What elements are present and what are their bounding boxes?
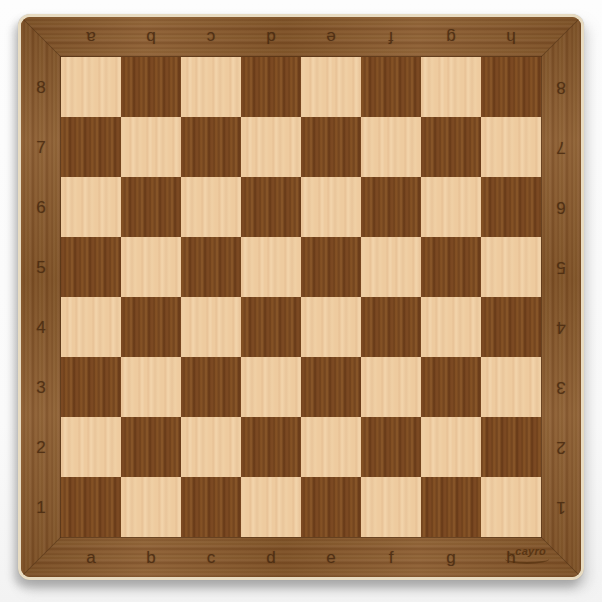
square-h7[interactable] xyxy=(481,117,541,177)
square-b6[interactable] xyxy=(121,177,181,237)
rank-label-right-2: 2 xyxy=(556,439,565,456)
square-a7[interactable] xyxy=(61,117,121,177)
square-f3[interactable] xyxy=(361,357,421,417)
square-e4[interactable] xyxy=(301,297,361,357)
square-g2[interactable] xyxy=(421,417,481,477)
rank-label-left-7: 7 xyxy=(36,139,45,156)
square-g7[interactable] xyxy=(421,117,481,177)
rank-label-right-4: 4 xyxy=(556,319,565,336)
square-e7[interactable] xyxy=(301,117,361,177)
square-c2[interactable] xyxy=(181,417,241,477)
square-b3[interactable] xyxy=(121,357,181,417)
square-g4[interactable] xyxy=(421,297,481,357)
square-d7[interactable] xyxy=(241,117,301,177)
square-e8[interactable] xyxy=(301,57,361,117)
board-surface: aa88bb77cc66dd55ee44ff33gg22hh11 bycayro xyxy=(21,17,581,577)
square-a1[interactable] xyxy=(61,477,121,537)
square-c4[interactable] xyxy=(181,297,241,357)
file-label-top-g: g xyxy=(446,29,455,46)
square-g8[interactable] xyxy=(421,57,481,117)
page-background: aa88bb77cc66dd55ee44ff33gg22hh11 bycayro xyxy=(0,0,602,602)
file-label-top-d: d xyxy=(266,29,275,46)
square-f6[interactable] xyxy=(361,177,421,237)
square-g3[interactable] xyxy=(421,357,481,417)
rank-label-right-8: 8 xyxy=(556,79,565,96)
file-label-top-b: b xyxy=(146,29,155,46)
square-a4[interactable] xyxy=(61,297,121,357)
square-g6[interactable] xyxy=(421,177,481,237)
brand-logo-swoosh xyxy=(505,557,549,564)
square-b8[interactable] xyxy=(121,57,181,117)
square-d5[interactable] xyxy=(241,237,301,297)
square-b4[interactable] xyxy=(121,297,181,357)
square-c7[interactable] xyxy=(181,117,241,177)
square-h3[interactable] xyxy=(481,357,541,417)
file-label-bottom-f: f xyxy=(389,549,394,566)
square-f8[interactable] xyxy=(361,57,421,117)
rank-label-left-2: 2 xyxy=(36,439,45,456)
square-h2[interactable] xyxy=(481,417,541,477)
square-f5[interactable] xyxy=(361,237,421,297)
square-a6[interactable] xyxy=(61,177,121,237)
square-f2[interactable] xyxy=(361,417,421,477)
square-f1[interactable] xyxy=(361,477,421,537)
square-c8[interactable] xyxy=(181,57,241,117)
rank-label-left-6: 6 xyxy=(36,199,45,216)
square-c3[interactable] xyxy=(181,357,241,417)
file-label-bottom-b: b xyxy=(146,549,155,566)
file-label-bottom-c: c xyxy=(207,549,216,566)
square-d6[interactable] xyxy=(241,177,301,237)
file-label-top-e: e xyxy=(326,29,335,46)
brand-logo-by-text: by xyxy=(508,551,514,557)
square-d8[interactable] xyxy=(241,57,301,117)
square-b2[interactable] xyxy=(121,417,181,477)
square-a2[interactable] xyxy=(61,417,121,477)
file-label-bottom-g: g xyxy=(446,549,455,566)
square-h8[interactable] xyxy=(481,57,541,117)
square-c1[interactable] xyxy=(181,477,241,537)
square-b7[interactable] xyxy=(121,117,181,177)
square-g5[interactable] xyxy=(421,237,481,297)
frame-edge-bottom xyxy=(21,537,581,577)
chess-board: aa88bb77cc66dd55ee44ff33gg22hh11 bycayro xyxy=(18,14,584,580)
brand-logo: bycayro xyxy=(499,545,555,564)
rank-label-right-6: 6 xyxy=(556,199,565,216)
square-e1[interactable] xyxy=(301,477,361,537)
square-g1[interactable] xyxy=(421,477,481,537)
square-e6[interactable] xyxy=(301,177,361,237)
rank-label-left-5: 5 xyxy=(36,259,45,276)
square-h5[interactable] xyxy=(481,237,541,297)
square-d1[interactable] xyxy=(241,477,301,537)
square-d2[interactable] xyxy=(241,417,301,477)
square-d4[interactable] xyxy=(241,297,301,357)
file-label-bottom-d: d xyxy=(266,549,275,566)
square-f4[interactable] xyxy=(361,297,421,357)
square-b1[interactable] xyxy=(121,477,181,537)
square-e3[interactable] xyxy=(301,357,361,417)
brand-logo-name-text: cayro xyxy=(515,545,546,557)
file-label-top-f: f xyxy=(389,29,394,46)
square-e2[interactable] xyxy=(301,417,361,477)
rank-label-left-8: 8 xyxy=(36,79,45,96)
file-label-bottom-e: e xyxy=(326,549,335,566)
frame-edge-top xyxy=(21,17,581,57)
square-a5[interactable] xyxy=(61,237,121,297)
square-c6[interactable] xyxy=(181,177,241,237)
square-h4[interactable] xyxy=(481,297,541,357)
square-f7[interactable] xyxy=(361,117,421,177)
square-d3[interactable] xyxy=(241,357,301,417)
square-a3[interactable] xyxy=(61,357,121,417)
square-a8[interactable] xyxy=(61,57,121,117)
file-label-top-a: a xyxy=(86,29,95,46)
rank-label-left-4: 4 xyxy=(36,319,45,336)
square-h6[interactable] xyxy=(481,177,541,237)
file-label-top-h: h xyxy=(506,29,515,46)
rank-label-right-5: 5 xyxy=(556,259,565,276)
rank-label-left-3: 3 xyxy=(36,379,45,396)
frame-edge-right xyxy=(541,17,581,577)
rank-label-right-1: 1 xyxy=(556,499,565,516)
frame-edge-left xyxy=(21,17,61,577)
square-b5[interactable] xyxy=(121,237,181,297)
rank-label-left-1: 1 xyxy=(36,499,45,516)
file-label-top-c: c xyxy=(207,29,216,46)
square-e5[interactable] xyxy=(301,237,361,297)
square-c5[interactable] xyxy=(181,237,241,297)
square-h1[interactable] xyxy=(481,477,541,537)
rank-label-right-7: 7 xyxy=(556,139,565,156)
rank-label-right-3: 3 xyxy=(556,379,565,396)
file-label-bottom-a: a xyxy=(86,549,95,566)
playing-field xyxy=(61,57,541,537)
